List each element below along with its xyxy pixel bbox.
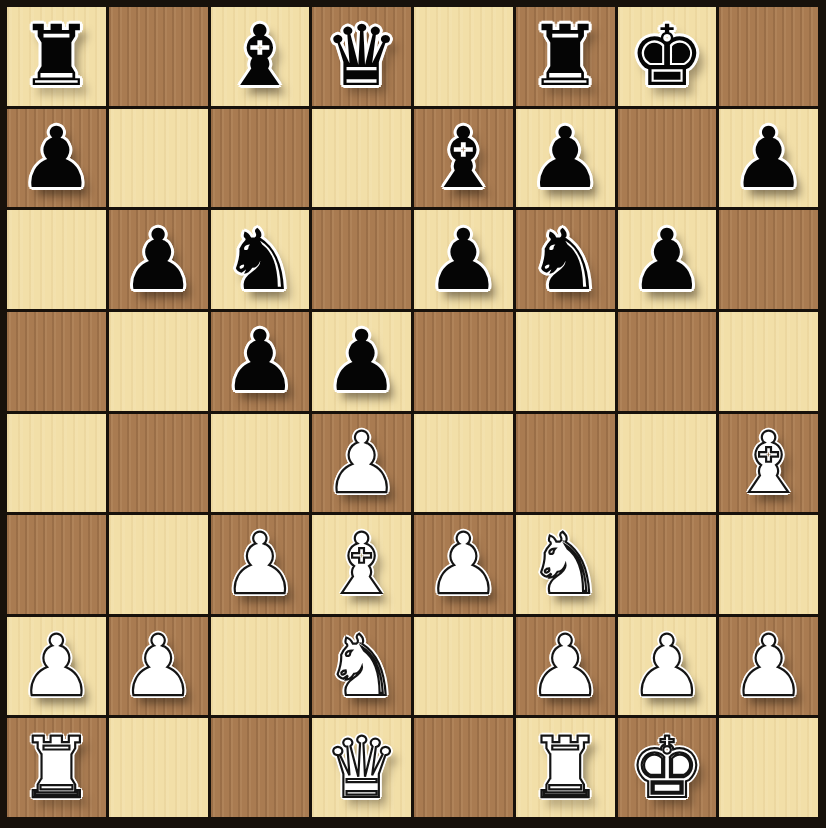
- piece-white-pawn[interactable]: ♟: [222, 522, 297, 606]
- square-d3[interactable]: ♝: [312, 515, 411, 614]
- piece-black-rook[interactable]: ♜: [19, 14, 94, 98]
- square-b5[interactable]: [109, 312, 208, 411]
- piece-black-king[interactable]: ♚: [629, 14, 704, 98]
- piece-black-bishop[interactable]: ♝: [426, 116, 501, 200]
- square-g1[interactable]: ♚: [618, 718, 717, 817]
- square-c8[interactable]: ♝: [211, 7, 310, 106]
- square-a3[interactable]: [7, 515, 106, 614]
- square-g6[interactable]: ♟: [618, 210, 717, 309]
- square-e4[interactable]: [414, 414, 513, 513]
- square-d1[interactable]: ♛: [312, 718, 411, 817]
- piece-white-pawn[interactable]: ♟: [120, 624, 195, 708]
- square-b4[interactable]: [109, 414, 208, 513]
- square-f3[interactable]: ♞: [516, 515, 615, 614]
- piece-black-pawn[interactable]: ♟: [324, 319, 399, 403]
- square-h5[interactable]: [719, 312, 818, 411]
- square-d4[interactable]: ♟: [312, 414, 411, 513]
- square-a2[interactable]: ♟: [7, 617, 106, 716]
- square-f4[interactable]: [516, 414, 615, 513]
- square-e5[interactable]: [414, 312, 513, 411]
- square-g3[interactable]: [618, 515, 717, 614]
- piece-white-rook[interactable]: ♜: [19, 726, 94, 810]
- square-g5[interactable]: [618, 312, 717, 411]
- piece-white-pawn[interactable]: ♟: [731, 624, 806, 708]
- square-d6[interactable]: [312, 210, 411, 309]
- piece-black-pawn[interactable]: ♟: [222, 319, 297, 403]
- piece-black-pawn[interactable]: ♟: [629, 218, 704, 302]
- square-f1[interactable]: ♜: [516, 718, 615, 817]
- square-e8[interactable]: [414, 7, 513, 106]
- square-d5[interactable]: ♟: [312, 312, 411, 411]
- piece-white-rook[interactable]: ♜: [527, 726, 602, 810]
- square-e3[interactable]: ♟: [414, 515, 513, 614]
- square-h1[interactable]: [719, 718, 818, 817]
- square-c6[interactable]: ♞: [211, 210, 310, 309]
- piece-black-pawn[interactable]: ♟: [19, 116, 94, 200]
- square-a4[interactable]: [7, 414, 106, 513]
- square-g2[interactable]: ♟: [618, 617, 717, 716]
- square-c4[interactable]: [211, 414, 310, 513]
- square-d2[interactable]: ♞: [312, 617, 411, 716]
- square-f2[interactable]: ♟: [516, 617, 615, 716]
- square-h8[interactable]: [719, 7, 818, 106]
- piece-white-pawn[interactable]: ♟: [629, 624, 704, 708]
- piece-white-queen[interactable]: ♛: [324, 726, 399, 810]
- square-e6[interactable]: ♟: [414, 210, 513, 309]
- piece-white-knight[interactable]: ♞: [324, 624, 399, 708]
- square-a7[interactable]: ♟: [7, 109, 106, 208]
- square-f6[interactable]: ♞: [516, 210, 615, 309]
- square-f5[interactable]: [516, 312, 615, 411]
- square-b2[interactable]: ♟: [109, 617, 208, 716]
- square-g7[interactable]: [618, 109, 717, 208]
- square-h6[interactable]: [719, 210, 818, 309]
- square-h2[interactable]: ♟: [719, 617, 818, 716]
- square-b7[interactable]: [109, 109, 208, 208]
- square-g8[interactable]: ♚: [618, 7, 717, 106]
- square-d8[interactable]: ♛: [312, 7, 411, 106]
- square-f7[interactable]: ♟: [516, 109, 615, 208]
- square-c5[interactable]: ♟: [211, 312, 310, 411]
- square-b8[interactable]: [109, 7, 208, 106]
- square-e1[interactable]: [414, 718, 513, 817]
- square-b3[interactable]: [109, 515, 208, 614]
- square-f8[interactable]: ♜: [516, 7, 615, 106]
- square-e7[interactable]: ♝: [414, 109, 513, 208]
- piece-black-bishop[interactable]: ♝: [222, 14, 297, 98]
- piece-white-pawn[interactable]: ♟: [19, 624, 94, 708]
- square-a8[interactable]: ♜: [7, 7, 106, 106]
- piece-black-pawn[interactable]: ♟: [120, 218, 195, 302]
- square-c1[interactable]: [211, 718, 310, 817]
- square-a6[interactable]: [7, 210, 106, 309]
- piece-white-knight[interactable]: ♞: [527, 522, 602, 606]
- piece-black-rook[interactable]: ♜: [527, 14, 602, 98]
- square-a5[interactable]: [7, 312, 106, 411]
- square-e2[interactable]: [414, 617, 513, 716]
- square-c3[interactable]: ♟: [211, 515, 310, 614]
- piece-black-queen[interactable]: ♛: [324, 14, 399, 98]
- chess-board: ♜♝♛♜♚♟♝♟♟♟♞♟♞♟♟♟♟♝♟♝♟♞♟♟♞♟♟♟♜♛♜♚: [0, 0, 826, 828]
- piece-white-pawn[interactable]: ♟: [324, 421, 399, 505]
- square-b1[interactable]: [109, 718, 208, 817]
- piece-white-pawn[interactable]: ♟: [426, 522, 501, 606]
- piece-black-pawn[interactable]: ♟: [426, 218, 501, 302]
- square-h3[interactable]: [719, 515, 818, 614]
- piece-white-king[interactable]: ♚: [629, 726, 704, 810]
- square-h4[interactable]: ♝: [719, 414, 818, 513]
- piece-white-bishop[interactable]: ♝: [324, 522, 399, 606]
- square-g4[interactable]: [618, 414, 717, 513]
- square-a1[interactable]: ♜: [7, 718, 106, 817]
- square-c2[interactable]: [211, 617, 310, 716]
- piece-black-knight[interactable]: ♞: [527, 218, 602, 302]
- square-d7[interactable]: [312, 109, 411, 208]
- piece-white-bishop[interactable]: ♝: [731, 421, 806, 505]
- square-c7[interactable]: [211, 109, 310, 208]
- square-b6[interactable]: ♟: [109, 210, 208, 309]
- piece-black-pawn[interactable]: ♟: [731, 116, 806, 200]
- square-h7[interactable]: ♟: [719, 109, 818, 208]
- piece-white-pawn[interactable]: ♟: [527, 624, 602, 708]
- piece-black-pawn[interactable]: ♟: [527, 116, 602, 200]
- piece-black-knight[interactable]: ♞: [222, 218, 297, 302]
